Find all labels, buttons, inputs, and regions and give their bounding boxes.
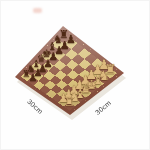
watermark-smudge <box>33 8 42 13</box>
board-squares <box>21 32 117 110</box>
product-photo: ♜♞♝♛♚♝♞♜♟♟♟♟♟♟♟♟♟♟♟♟♟♟♟♟♜♞♝♛♚♝♞♜ 30cm 30… <box>0 0 150 150</box>
dimension-label-left: 30cm <box>26 98 44 115</box>
dimension-label-right: 30cm <box>94 99 113 116</box>
